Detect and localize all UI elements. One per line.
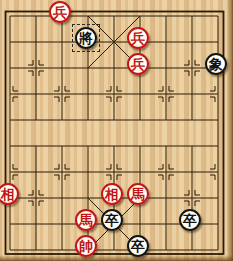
piece-red-elephant[interactable]: 相 bbox=[0, 183, 19, 205]
piece-black-soldier[interactable]: 卒 bbox=[127, 235, 149, 257]
piece-red-soldier[interactable]: 兵 bbox=[49, 1, 71, 23]
piece-black-general[interactable]: 將 bbox=[75, 27, 97, 49]
piece-red-soldier[interactable]: 兵 bbox=[127, 53, 149, 75]
piece-red-elephant[interactable]: 相 bbox=[101, 183, 123, 205]
piece-black-soldier[interactable]: 卒 bbox=[101, 209, 123, 231]
piece-red-general[interactable]: 帥 bbox=[75, 235, 97, 257]
piece-black-elephant[interactable]: 象 bbox=[205, 53, 227, 75]
xiangqi-board[interactable]: 兵將兵兵象相相馬馬卒卒帥卒 bbox=[0, 0, 233, 261]
piece-red-horse[interactable]: 馬 bbox=[75, 209, 97, 231]
piece-red-horse[interactable]: 馬 bbox=[127, 183, 149, 205]
piece-black-soldier[interactable]: 卒 bbox=[179, 209, 201, 231]
pieces-layer: 兵將兵兵象相相馬馬卒卒帥卒 bbox=[0, 3, 231, 261]
piece-red-soldier[interactable]: 兵 bbox=[127, 27, 149, 49]
